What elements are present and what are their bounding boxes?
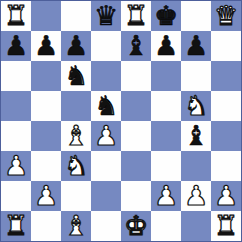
white-rook-piece[interactable]: ♜: [4, 211, 28, 241]
white-queen-piece[interactable]: ♛: [214, 1, 238, 31]
square-a6[interactable]: [1, 61, 31, 91]
square-d8[interactable]: ♛: [91, 1, 121, 31]
square-a3[interactable]: ♟: [1, 151, 31, 181]
square-d5[interactable]: ♞: [91, 91, 121, 121]
square-a4[interactable]: [1, 121, 31, 151]
white-pawn-piece[interactable]: ♟: [34, 181, 58, 211]
square-h4[interactable]: [211, 121, 241, 151]
square-c8[interactable]: [61, 1, 91, 31]
chess-board-grid: ♜♛♜♚♛♟♟♟♝♟♟♞♞♞♝♟♝♟♞♟♟♟♟♜♝♚♜: [1, 1, 241, 241]
square-a1[interactable]: ♜: [1, 211, 31, 241]
square-d4[interactable]: ♟: [91, 121, 121, 151]
square-c3[interactable]: ♞: [61, 151, 91, 181]
square-g3[interactable]: [181, 151, 211, 181]
square-b7[interactable]: ♟: [31, 31, 61, 61]
white-knight-piece[interactable]: ♞: [184, 91, 208, 121]
black-pawn-piece[interactable]: ♟: [154, 31, 178, 61]
white-bishop-piece[interactable]: ♝: [64, 121, 88, 151]
square-h1[interactable]: ♜: [211, 211, 241, 241]
square-f3[interactable]: [151, 151, 181, 181]
square-e3[interactable]: [121, 151, 151, 181]
square-e8[interactable]: ♜: [121, 1, 151, 31]
square-c5[interactable]: [61, 91, 91, 121]
square-c6[interactable]: ♞: [61, 61, 91, 91]
square-b3[interactable]: [31, 151, 61, 181]
square-g5[interactable]: ♞: [181, 91, 211, 121]
square-a8[interactable]: ♜: [1, 1, 31, 31]
square-a5[interactable]: [1, 91, 31, 121]
square-g1[interactable]: [181, 211, 211, 241]
white-pawn-piece[interactable]: ♟: [214, 181, 238, 211]
white-knight-piece[interactable]: ♞: [64, 151, 88, 181]
square-h7[interactable]: [211, 31, 241, 61]
chess-board: ♜♛♜♚♛♟♟♟♝♟♟♞♞♞♝♟♝♟♞♟♟♟♟♜♝♚♜: [0, 0, 242, 242]
square-f6[interactable]: [151, 61, 181, 91]
square-f8[interactable]: ♚: [151, 1, 181, 31]
square-d3[interactable]: [91, 151, 121, 181]
black-knight-piece[interactable]: ♞: [94, 91, 118, 121]
square-h5[interactable]: [211, 91, 241, 121]
square-e4[interactable]: [121, 121, 151, 151]
square-h6[interactable]: [211, 61, 241, 91]
square-c4[interactable]: ♝: [61, 121, 91, 151]
square-g6[interactable]: [181, 61, 211, 91]
square-d7[interactable]: [91, 31, 121, 61]
white-king-piece[interactable]: ♚: [124, 211, 148, 241]
square-h8[interactable]: ♛: [211, 1, 241, 31]
square-g4[interactable]: ♝: [181, 121, 211, 151]
square-f5[interactable]: [151, 91, 181, 121]
square-b5[interactable]: [31, 91, 61, 121]
white-rook-piece[interactable]: ♜: [4, 1, 28, 31]
square-d6[interactable]: [91, 61, 121, 91]
square-e7[interactable]: ♝: [121, 31, 151, 61]
square-e2[interactable]: [121, 181, 151, 211]
square-d2[interactable]: [91, 181, 121, 211]
white-rook-piece[interactable]: ♜: [214, 211, 238, 241]
square-f7[interactable]: ♟: [151, 31, 181, 61]
square-c2[interactable]: [61, 181, 91, 211]
square-g7[interactable]: ♟: [181, 31, 211, 61]
black-queen-piece[interactable]: ♛: [94, 1, 118, 31]
square-e1[interactable]: ♚: [121, 211, 151, 241]
square-b6[interactable]: [31, 61, 61, 91]
square-h3[interactable]: [211, 151, 241, 181]
square-a7[interactable]: ♟: [1, 31, 31, 61]
square-f4[interactable]: [151, 121, 181, 151]
square-d1[interactable]: [91, 211, 121, 241]
square-b4[interactable]: [31, 121, 61, 151]
square-b8[interactable]: [31, 1, 61, 31]
black-bishop-piece[interactable]: ♝: [124, 31, 148, 61]
square-b2[interactable]: ♟: [31, 181, 61, 211]
square-e6[interactable]: [121, 61, 151, 91]
black-king-piece[interactable]: ♚: [154, 1, 178, 31]
white-pawn-piece[interactable]: ♟: [94, 121, 118, 151]
black-bishop-piece[interactable]: ♝: [184, 121, 208, 151]
black-pawn-piece[interactable]: ♟: [64, 31, 88, 61]
white-pawn-piece[interactable]: ♟: [184, 181, 208, 211]
white-pawn-piece[interactable]: ♟: [4, 151, 28, 181]
black-pawn-piece[interactable]: ♟: [184, 31, 208, 61]
black-pawn-piece[interactable]: ♟: [34, 31, 58, 61]
black-pawn-piece[interactable]: ♟: [4, 31, 28, 61]
square-f2[interactable]: ♟: [151, 181, 181, 211]
square-b1[interactable]: [31, 211, 61, 241]
square-h2[interactable]: ♟: [211, 181, 241, 211]
square-a2[interactable]: [1, 181, 31, 211]
square-g8[interactable]: [181, 1, 211, 31]
square-c7[interactable]: ♟: [61, 31, 91, 61]
square-e5[interactable]: [121, 91, 151, 121]
square-c1[interactable]: ♝: [61, 211, 91, 241]
white-rook-piece[interactable]: ♜: [124, 1, 148, 31]
square-g2[interactable]: ♟: [181, 181, 211, 211]
black-knight-piece[interactable]: ♞: [64, 61, 88, 91]
white-pawn-piece[interactable]: ♟: [154, 181, 178, 211]
square-f1[interactable]: [151, 211, 181, 241]
white-bishop-piece[interactable]: ♝: [64, 211, 88, 241]
